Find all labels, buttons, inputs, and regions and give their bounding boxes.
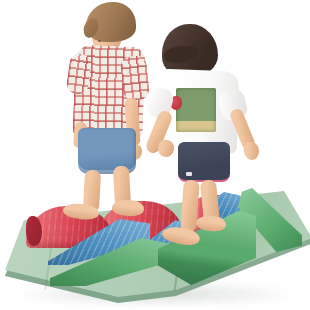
red-hill-end-face bbox=[26, 216, 42, 246]
boy-eye bbox=[98, 40, 101, 42]
product-photo-scene bbox=[0, 0, 310, 310]
girl-hand-left bbox=[243, 141, 260, 161]
girl-figure bbox=[140, 24, 265, 249]
girl-foot-back bbox=[195, 214, 227, 233]
girl-tshirt-print bbox=[176, 88, 216, 132]
girl-shorts-logo bbox=[186, 172, 192, 176]
boy-figure bbox=[50, 2, 150, 220]
girl-navy-shorts bbox=[178, 142, 230, 182]
